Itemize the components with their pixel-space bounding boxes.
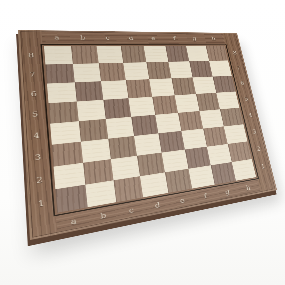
file-label-top-h: h: [203, 33, 224, 44]
square-e5[interactable]: [152, 95, 178, 114]
rank-label-left-7: 7: [21, 65, 44, 85]
rank-label-left-6: 6: [22, 84, 46, 105]
rank-label-right-3: 3: [245, 123, 263, 142]
rank-label-right-6: 6: [234, 75, 252, 91]
square-a5[interactable]: [49, 101, 79, 123]
square-h7[interactable]: [209, 60, 232, 76]
file-label-top-g: g: [183, 33, 205, 45]
rank-label-left-5: 5: [23, 103, 47, 125]
rank-label-right-5: 5: [237, 91, 255, 108]
file-label-top-b: b: [69, 31, 96, 44]
file-label-top-d: d: [119, 32, 144, 44]
square-a7[interactable]: [45, 64, 74, 84]
square-e7[interactable]: [146, 62, 171, 79]
rank-label-right-4: 4: [241, 106, 259, 124]
rank-label-right-2: 2: [249, 139, 268, 158]
file-labels-top: abcdefgh: [43, 31, 224, 45]
photo-background: abcdefgh abcdefgh 87654321 87654321: [0, 0, 285, 285]
square-d7[interactable]: [123, 62, 149, 80]
file-label-bottom-g: g: [215, 183, 240, 202]
square-a1[interactable]: [55, 185, 87, 213]
square-b5[interactable]: [77, 100, 106, 121]
rank-label-right-7: 7: [230, 60, 247, 76]
file-label-bottom-f: f: [193, 186, 219, 206]
rank-label-left-4: 4: [24, 124, 49, 148]
square-h1[interactable]: [232, 159, 256, 181]
file-label-bottom-h: h: [236, 179, 260, 197]
rank-label-right-8: 8: [226, 46, 243, 61]
rank-label-left-1: 1: [28, 190, 54, 218]
file-label-bottom-b: b: [88, 204, 119, 227]
chess-board: abcdefgh abcdefgh 87654321 87654321: [18, 30, 277, 240]
rank-label-left-3: 3: [25, 145, 50, 170]
square-b6[interactable]: [75, 81, 104, 101]
square-b7[interactable]: [73, 63, 101, 82]
square-c6[interactable]: [101, 80, 128, 100]
rank-label-left-8: 8: [20, 46, 43, 65]
file-label-bottom-c: c: [117, 199, 146, 221]
square-d6[interactable]: [126, 79, 152, 98]
square-b1[interactable]: [85, 180, 116, 207]
square-c1[interactable]: [114, 176, 144, 202]
square-d1[interactable]: [140, 172, 168, 197]
square-c8[interactable]: [97, 46, 124, 63]
board-grid: [44, 46, 256, 213]
square-a8[interactable]: [44, 46, 73, 65]
file-label-top-f: f: [163, 32, 186, 44]
square-c7[interactable]: [99, 63, 126, 81]
file-label-bottom-e: e: [169, 191, 196, 211]
rank-label-right-1: 1: [254, 156, 273, 176]
square-d8[interactable]: [121, 46, 147, 63]
file-label-bottom-d: d: [143, 195, 171, 216]
file-label-top-a: a: [43, 31, 71, 45]
square-e6[interactable]: [149, 78, 174, 96]
file-label-top-c: c: [95, 31, 121, 44]
square-h5[interactable]: [216, 92, 239, 110]
square-e8[interactable]: [144, 46, 169, 63]
square-b8[interactable]: [71, 46, 99, 64]
file-label-top-e: e: [141, 32, 165, 44]
board-frame-top: [18, 30, 240, 45]
square-a6[interactable]: [47, 82, 77, 103]
square-e1[interactable]: [165, 169, 192, 193]
rank-label-left-2: 2: [27, 167, 53, 193]
square-h8[interactable]: [206, 46, 228, 61]
file-label-bottom-a: a: [57, 210, 89, 234]
square-h6[interactable]: [213, 76, 236, 93]
square-c5[interactable]: [103, 98, 131, 119]
square-d5[interactable]: [128, 97, 155, 117]
